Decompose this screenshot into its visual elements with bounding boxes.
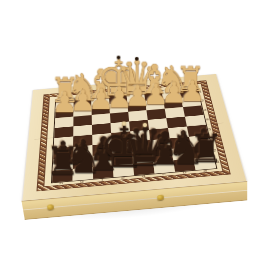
product-photo: hgfedcba 12345678 ♜♞♝♚♛♝♞♜♟♟♟♟♟♟♟♟♟♟♟♟♟♟… bbox=[0, 0, 253, 253]
brass-latch bbox=[47, 204, 54, 210]
chess-board: hgfedcba 12345678 ♜♞♝♚♛♝♞♜♟♟♟♟♟♟♟♟♟♟♟♟♟♟… bbox=[23, 74, 247, 200]
board-scene: hgfedcba 12345678 ♜♞♝♚♛♝♞♜♟♟♟♟♟♟♟♟♟♟♟♟♟♟… bbox=[0, 0, 253, 253]
board-grid: ♜♞♝♚♛♝♞♜♟♟♟♟♟♟♟♟♟♟♟♟♟♟♟♟♜♞♝♚♛♝♞♜ bbox=[51, 87, 217, 183]
piece-white-pawn: ♟ bbox=[179, 77, 205, 106]
piece-black-rook: ♜ bbox=[188, 129, 223, 168]
square: ♜ bbox=[193, 157, 216, 170]
board-3d: hgfedcba 12345678 ♜♞♝♚♛♝♞♜♟♟♟♟♟♟♟♟♟♟♟♟♟♟… bbox=[23, 74, 247, 200]
brass-latch bbox=[157, 194, 164, 200]
